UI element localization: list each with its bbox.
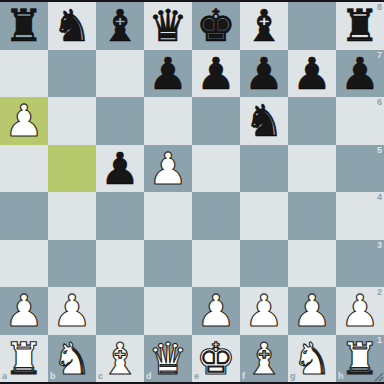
square-f8[interactable]: ♝ — [240, 2, 288, 50]
square-c1[interactable]: ♝c — [96, 335, 144, 383]
square-h8[interactable]: ♜8 — [336, 2, 384, 50]
square-c7[interactable] — [96, 50, 144, 98]
square-a5[interactable] — [0, 145, 48, 193]
square-g5[interactable] — [288, 145, 336, 193]
square-b1[interactable]: ♞b — [48, 335, 96, 383]
board-resize-handle[interactable] — [372, 370, 384, 382]
square-a2[interactable]: ♟ — [0, 287, 48, 335]
square-b4[interactable] — [48, 192, 96, 240]
chess-board: ♜♞♝♛♚♝♜8♟♟♟♟♟7♟♞6♟♟543♟♟♟♟♟♟2♜a♞b♝c♛d♚e♝… — [0, 2, 384, 382]
white-pawn[interactable]: ♟ — [292, 287, 331, 334]
square-g2[interactable]: ♟ — [288, 287, 336, 335]
black-knight[interactable]: ♞ — [244, 97, 283, 144]
square-e2[interactable]: ♟ — [192, 287, 240, 335]
square-d8[interactable]: ♛ — [144, 2, 192, 50]
black-pawn[interactable]: ♟ — [244, 50, 283, 97]
square-d2[interactable] — [144, 287, 192, 335]
square-f3[interactable] — [240, 240, 288, 288]
square-g7[interactable]: ♟ — [288, 50, 336, 98]
white-bishop[interactable]: ♝ — [244, 335, 283, 382]
square-b7[interactable] — [48, 50, 96, 98]
square-a4[interactable] — [0, 192, 48, 240]
chess-app-window: ♜♞♝♛♚♝♜8♟♟♟♟♟7♟♞6♟♟543♟♟♟♟♟♟2♜a♞b♝c♛d♚e♝… — [0, 0, 384, 384]
square-h3[interactable]: 3 — [336, 240, 384, 288]
black-pawn[interactable]: ♟ — [292, 50, 331, 97]
black-pawn[interactable]: ♟ — [340, 50, 379, 97]
square-c6[interactable] — [96, 97, 144, 145]
square-d5[interactable]: ♟ — [144, 145, 192, 193]
white-pawn[interactable]: ♟ — [196, 287, 235, 334]
white-pawn[interactable]: ♟ — [52, 287, 91, 334]
square-a7[interactable] — [0, 50, 48, 98]
square-g1[interactable]: ♞g — [288, 335, 336, 383]
square-b6[interactable] — [48, 97, 96, 145]
black-rook[interactable]: ♜ — [340, 2, 379, 49]
white-pawn[interactable]: ♟ — [4, 97, 43, 144]
square-f2[interactable]: ♟ — [240, 287, 288, 335]
black-pawn[interactable]: ♟ — [148, 50, 187, 97]
square-f5[interactable] — [240, 145, 288, 193]
black-pawn[interactable]: ♟ — [100, 145, 139, 192]
white-pawn[interactable]: ♟ — [244, 287, 283, 334]
square-g4[interactable] — [288, 192, 336, 240]
square-d6[interactable] — [144, 97, 192, 145]
white-knight[interactable]: ♞ — [52, 335, 91, 382]
black-king[interactable]: ♚ — [196, 2, 235, 49]
square-e7[interactable]: ♟ — [192, 50, 240, 98]
square-f6[interactable]: ♞ — [240, 97, 288, 145]
square-h2[interactable]: ♟2 — [336, 287, 384, 335]
square-f1[interactable]: ♝f — [240, 335, 288, 383]
square-e1[interactable]: ♚e — [192, 335, 240, 383]
square-e8[interactable]: ♚ — [192, 2, 240, 50]
black-bishop[interactable]: ♝ — [244, 2, 283, 49]
square-a3[interactable] — [0, 240, 48, 288]
black-knight[interactable]: ♞ — [52, 2, 91, 49]
black-bishop[interactable]: ♝ — [100, 2, 139, 49]
square-c3[interactable] — [96, 240, 144, 288]
square-h4[interactable]: 4 — [336, 192, 384, 240]
square-a1[interactable]: ♜a — [0, 335, 48, 383]
square-f4[interactable] — [240, 192, 288, 240]
rank-label-4: 4 — [377, 193, 382, 202]
white-knight[interactable]: ♞ — [292, 335, 331, 382]
square-d7[interactable]: ♟ — [144, 50, 192, 98]
white-queen[interactable]: ♛ — [148, 335, 187, 382]
rank-label-5: 5 — [377, 146, 382, 155]
square-d3[interactable] — [144, 240, 192, 288]
white-pawn[interactable]: ♟ — [340, 287, 379, 334]
black-queen[interactable]: ♛ — [148, 2, 187, 49]
square-c2[interactable] — [96, 287, 144, 335]
square-c5[interactable]: ♟ — [96, 145, 144, 193]
square-b8[interactable]: ♞ — [48, 2, 96, 50]
white-pawn[interactable]: ♟ — [4, 287, 43, 334]
white-king[interactable]: ♚ — [196, 335, 235, 382]
square-a6[interactable]: ♟ — [0, 97, 48, 145]
black-rook[interactable]: ♜ — [4, 2, 43, 49]
square-h5[interactable]: 5 — [336, 145, 384, 193]
rank-label-6: 6 — [377, 98, 382, 107]
square-c8[interactable]: ♝ — [96, 2, 144, 50]
square-g8[interactable] — [288, 2, 336, 50]
square-e4[interactable] — [192, 192, 240, 240]
square-a8[interactable]: ♜ — [0, 2, 48, 50]
white-rook[interactable]: ♜ — [4, 335, 43, 382]
square-d4[interactable] — [144, 192, 192, 240]
square-e3[interactable] — [192, 240, 240, 288]
black-pawn[interactable]: ♟ — [196, 50, 235, 97]
square-h6[interactable]: 6 — [336, 97, 384, 145]
square-g3[interactable] — [288, 240, 336, 288]
square-b2[interactable]: ♟ — [48, 287, 96, 335]
square-b5[interactable] — [48, 145, 96, 193]
square-d1[interactable]: ♛d — [144, 335, 192, 383]
square-b3[interactable] — [48, 240, 96, 288]
white-bishop[interactable]: ♝ — [100, 335, 139, 382]
white-pawn[interactable]: ♟ — [148, 145, 187, 192]
rank-label-3: 3 — [377, 241, 382, 250]
square-f7[interactable]: ♟ — [240, 50, 288, 98]
square-e6[interactable] — [192, 97, 240, 145]
square-e5[interactable] — [192, 145, 240, 193]
square-c4[interactable] — [96, 192, 144, 240]
square-g6[interactable] — [288, 97, 336, 145]
square-h7[interactable]: ♟7 — [336, 50, 384, 98]
